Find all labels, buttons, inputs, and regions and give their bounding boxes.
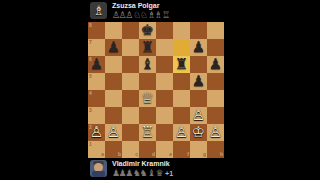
square-f2[interactable]: ♙ — [173, 124, 190, 141]
top-player-bar: ♗ Zsuzsa Polgar ♙♙♙ ♘♘ ♗♗ ♖ — [88, 0, 320, 22]
piece-white-pawn[interactable]: ♙ — [190, 107, 207, 124]
piece-white-pawn[interactable]: ♙ — [173, 124, 190, 141]
square-h5[interactable] — [207, 73, 224, 90]
square-d7[interactable]: ♜ — [139, 39, 156, 56]
bottom-captured-pieces: ♟♟♟ ♞♞ ♝ ♛+1 — [112, 168, 173, 179]
piece-black-pawn[interactable]: ♟ — [207, 56, 224, 73]
square-f3[interactable] — [173, 107, 190, 124]
square-a4[interactable]: 4 — [88, 90, 105, 107]
square-e6[interactable] — [156, 56, 173, 73]
square-h4[interactable] — [207, 90, 224, 107]
piece-black-pawn[interactable]: ♟ — [190, 73, 207, 90]
piece-black-rook[interactable]: ♜ — [139, 39, 156, 56]
piece-black-bishop[interactable]: ♝ — [139, 56, 156, 73]
video-frame: ♗ Zsuzsa Polgar ♙♙♙ ♘♘ ♗♗ ♖ 8♚7♟♜♟6♟♝♜♟5… — [0, 0, 320, 180]
square-a3[interactable]: 3 — [88, 107, 105, 124]
piece-white-pawn[interactable]: ♙ — [105, 124, 122, 141]
square-b4[interactable] — [105, 90, 122, 107]
square-e2[interactable] — [156, 124, 173, 141]
square-d6[interactable]: ♝ — [139, 56, 156, 73]
bottom-player-name: Vladimir Kramnik — [112, 160, 170, 167]
square-g6[interactable] — [190, 56, 207, 73]
rank-label-5: 5 — [89, 74, 92, 79]
square-d3[interactable] — [139, 107, 156, 124]
square-g7[interactable]: ♟ — [190, 39, 207, 56]
square-f6[interactable]: ♜ — [173, 56, 190, 73]
square-e7[interactable] — [156, 39, 173, 56]
file-label-b: b — [118, 152, 121, 157]
square-e3[interactable] — [156, 107, 173, 124]
square-d5[interactable] — [139, 73, 156, 90]
rank-label-2: 2 — [89, 125, 92, 130]
square-h7[interactable] — [207, 39, 224, 56]
square-c7[interactable] — [122, 39, 139, 56]
piece-black-king[interactable]: ♚ — [139, 22, 156, 39]
file-label-d: d — [152, 152, 155, 157]
square-b6[interactable] — [105, 56, 122, 73]
square-a7[interactable]: 7 — [88, 39, 105, 56]
top-captured-pieces: ♙♙♙ ♘♘ ♗♗ ♖ — [112, 10, 169, 20]
square-a8[interactable]: 8 — [88, 22, 105, 39]
file-label-f: f — [187, 152, 189, 157]
top-player-name: Zsuzsa Polgar — [112, 2, 159, 9]
piece-black-pawn[interactable]: ♟ — [105, 39, 122, 56]
square-d8[interactable]: ♚ — [139, 22, 156, 39]
square-g3[interactable]: ♙ — [190, 107, 207, 124]
square-f8[interactable] — [173, 22, 190, 39]
piece-black-rook[interactable]: ♜ — [173, 56, 190, 73]
piece-white-king[interactable]: ♔ — [190, 124, 207, 141]
square-f4[interactable] — [173, 90, 190, 107]
chess-board: 8♚7♟♜♟6♟♝♜♟5♟4♕3♙2♙♙♖♙♔♙1abcdefgh — [88, 22, 224, 158]
rank-label-8: 8 — [89, 23, 92, 28]
square-h3[interactable] — [207, 107, 224, 124]
piece-white-queen[interactable]: ♕ — [139, 90, 156, 107]
square-c8[interactable] — [122, 22, 139, 39]
file-label-a: a — [101, 152, 104, 157]
square-b7[interactable]: ♟ — [105, 39, 122, 56]
rank-label-1: 1 — [89, 142, 92, 147]
file-label-e: e — [169, 152, 172, 157]
rank-label-4: 4 — [89, 91, 92, 96]
square-c6[interactable] — [122, 56, 139, 73]
square-b5[interactable] — [105, 73, 122, 90]
square-c1[interactable]: c — [122, 141, 139, 158]
square-g1[interactable]: g — [190, 141, 207, 158]
rank-label-3: 3 — [89, 108, 92, 113]
square-e1[interactable]: e — [156, 141, 173, 158]
bottom-player-bar: Vladimir Kramnik ♟♟♟ ♞♞ ♝ ♛+1 — [88, 158, 320, 180]
square-g5[interactable]: ♟ — [190, 73, 207, 90]
square-c4[interactable] — [122, 90, 139, 107]
square-d1[interactable]: d — [139, 141, 156, 158]
square-c3[interactable] — [122, 107, 139, 124]
bottom-player-avatar — [90, 160, 107, 177]
square-d4[interactable]: ♕ — [139, 90, 156, 107]
square-g8[interactable] — [190, 22, 207, 39]
piece-black-pawn[interactable]: ♟ — [190, 39, 207, 56]
rank-label-7: 7 — [89, 40, 92, 45]
square-a5[interactable]: 5 — [88, 73, 105, 90]
square-h8[interactable] — [207, 22, 224, 39]
top-player-avatar: ♗ — [90, 2, 107, 19]
square-f1[interactable]: f — [173, 141, 190, 158]
square-h1[interactable]: h — [207, 141, 224, 158]
square-e8[interactable] — [156, 22, 173, 39]
avatar-shirt — [92, 171, 105, 177]
square-c5[interactable] — [122, 73, 139, 90]
square-f5[interactable] — [173, 73, 190, 90]
white-bishop-avatar-icon: ♗ — [90, 2, 107, 19]
file-label-g: g — [203, 152, 206, 157]
square-e5[interactable] — [156, 73, 173, 90]
square-a2[interactable]: 2♙ — [88, 124, 105, 141]
square-c2[interactable] — [122, 124, 139, 141]
square-g2[interactable]: ♔ — [190, 124, 207, 141]
file-label-h: h — [220, 152, 223, 157]
square-h2[interactable]: ♙ — [207, 124, 224, 141]
square-f7[interactable] — [173, 39, 190, 56]
file-label-c: c — [135, 152, 138, 157]
square-b1[interactable]: b — [105, 141, 122, 158]
piece-white-pawn[interactable]: ♙ — [207, 124, 224, 141]
square-b2[interactable]: ♙ — [105, 124, 122, 141]
square-a1[interactable]: 1a — [88, 141, 105, 158]
square-a6[interactable]: 6♟ — [88, 56, 105, 73]
square-b8[interactable] — [105, 22, 122, 39]
square-d2[interactable]: ♖ — [139, 124, 156, 141]
piece-white-rook[interactable]: ♖ — [139, 124, 156, 141]
material-score: +1 — [162, 170, 173, 177]
square-g4[interactable] — [190, 90, 207, 107]
square-h6[interactable]: ♟ — [207, 56, 224, 73]
rank-label-6: 6 — [89, 57, 92, 62]
bottom-captured-glyphs: ♟♟♟ ♞♞ ♝ ♛ — [112, 168, 162, 178]
square-e4[interactable] — [156, 90, 173, 107]
square-b3[interactable] — [105, 107, 122, 124]
